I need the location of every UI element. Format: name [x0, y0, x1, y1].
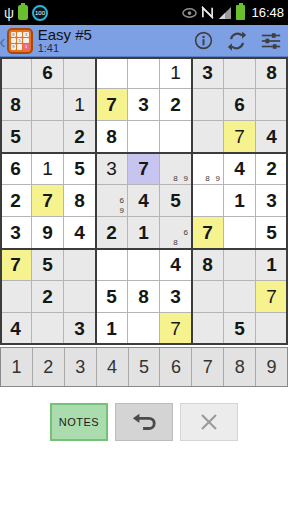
sudoku-cell-r3c6[interactable] — [160, 121, 192, 153]
sudoku-cell-r4c5[interactable]: 7 — [128, 153, 160, 185]
sudoku-cell-r7c1[interactable]: 7 — [0, 249, 32, 281]
sudoku-cell-r6c5[interactable]: 1 — [128, 217, 160, 249]
note-digit — [181, 238, 191, 248]
sudoku-cell-r4c4[interactable]: 3 — [96, 153, 128, 185]
app-icon[interactable]: 83 5 91 — [7, 28, 33, 54]
sudoku-cell-r2c6[interactable]: 2 — [160, 89, 192, 121]
sudoku-cell-r1c7[interactable]: 3 — [192, 57, 224, 89]
sudoku-cell-r1c8[interactable] — [224, 57, 256, 89]
sudoku-cell-r6c1[interactable]: 3 — [0, 217, 32, 249]
battery-app-icon — [18, 5, 28, 20]
note-digit — [96, 195, 106, 205]
pencil-notes-r5c4: 69 — [96, 185, 127, 216]
note-digit: 9 — [213, 174, 223, 184]
note-digit — [213, 163, 223, 173]
note-digit — [96, 206, 106, 216]
sudoku-cell-r4c1[interactable]: 6 — [0, 153, 32, 185]
sudoku-cell-r8c6[interactable]: 3 — [160, 281, 192, 313]
sudoku-cell-r8c7[interactable] — [192, 281, 224, 313]
sudoku-cell-r8c5[interactable]: 8 — [128, 281, 160, 313]
pencil-notes-r4c6: 89 — [160, 153, 191, 184]
sudoku-cell-r7c4[interactable] — [96, 249, 128, 281]
sudoku-cell-r6c4[interactable]: 2 — [96, 217, 128, 249]
note-digit — [181, 153, 191, 163]
sudoku-cell-r5c1[interactable]: 2 — [0, 185, 32, 217]
note-digit — [106, 206, 116, 216]
sudoku-cell-r7c9[interactable]: 1 — [256, 249, 288, 281]
sudoku-cell-r1c1[interactable] — [0, 57, 32, 89]
sudoku-cell-r9c6[interactable]: 7 — [160, 313, 192, 345]
note-digit — [106, 195, 116, 205]
numpad-key-7[interactable]: 7 — [192, 348, 224, 386]
sudoku-cell-r6c3[interactable]: 4 — [64, 217, 96, 249]
sudoku-cell-r7c7[interactable]: 8 — [192, 249, 224, 281]
sudoku-cell-r8c8[interactable] — [224, 281, 256, 313]
sudoku-cell-r7c2[interactable]: 5 — [32, 249, 64, 281]
notes-button[interactable]: NOTES — [50, 403, 108, 441]
sudoku-cell-r2c9[interactable] — [256, 89, 288, 121]
numpad-key-6[interactable]: 6 — [160, 348, 192, 386]
note-digit — [160, 217, 170, 227]
sudoku-cell-r9c4[interactable]: 1 — [96, 313, 128, 345]
restart-button[interactable] — [222, 28, 252, 54]
note-digit — [96, 185, 106, 195]
numpad-key-9[interactable]: 9 — [256, 348, 287, 386]
battery-icon — [236, 5, 245, 20]
action-buttons: NOTES — [0, 403, 288, 441]
sudoku-cell-r6c7[interactable]: 7 — [192, 217, 224, 249]
numpad-key-3[interactable]: 3 — [65, 348, 97, 386]
sudoku-cell-r3c2[interactable] — [32, 121, 64, 153]
undo-arrow-icon — [131, 411, 157, 433]
sudoku-cell-r4c2[interactable]: 1 — [32, 153, 64, 185]
sudoku-cell-r5c6[interactable]: 5 — [160, 185, 192, 217]
signal-icon — [218, 6, 232, 19]
note-digit — [160, 238, 170, 248]
note-digit — [170, 217, 180, 227]
puzzle-title: Easy #5 — [38, 27, 184, 43]
sudoku-board: 6138817326528746153789894227869451339421… — [0, 57, 288, 345]
note-digit — [106, 185, 116, 195]
percent-circle-icon: 100 — [32, 5, 48, 21]
number-pad: 123456789 — [0, 347, 288, 387]
sudoku-cell-r4c3[interactable]: 5 — [64, 153, 96, 185]
note-digit — [202, 153, 212, 163]
sudoku-cell-r7c5[interactable] — [128, 249, 160, 281]
sudoku-cell-r9c5[interactable] — [128, 313, 160, 345]
note-digit: 6 — [117, 195, 127, 205]
sudoku-cell-r1c4[interactable] — [96, 57, 128, 89]
sudoku-cell-r2c1[interactable]: 8 — [0, 89, 32, 121]
sudoku-cell-r8c2[interactable]: 2 — [32, 281, 64, 313]
delete-button[interactable] — [180, 403, 238, 441]
note-digit — [192, 174, 202, 184]
sudoku-cell-r7c6[interactable]: 4 — [160, 249, 192, 281]
note-digit — [160, 153, 170, 163]
sudoku-cell-r6c2[interactable]: 9 — [32, 217, 64, 249]
settings-sliders-icon — [260, 30, 282, 52]
sudoku-cell-r2c2[interactable] — [32, 89, 64, 121]
sudoku-cell-r4c9[interactable]: 2 — [256, 153, 288, 185]
sudoku-cell-r1c6[interactable]: 1 — [160, 57, 192, 89]
sudoku-cell-r3c7[interactable] — [192, 121, 224, 153]
note-digit — [117, 185, 127, 195]
sudoku-cell-r2c4[interactable]: 7 — [96, 89, 128, 121]
restart-icon — [226, 30, 248, 52]
sudoku-cell-r1c2[interactable]: 6 — [32, 57, 64, 89]
sudoku-cell-r5c5[interactable]: 4 — [128, 185, 160, 217]
sudoku-cell-r9c2[interactable] — [32, 313, 64, 345]
sudoku-cell-r2c3[interactable]: 1 — [64, 89, 96, 121]
info-button[interactable] — [188, 28, 218, 54]
back-chevron-icon[interactable]: ‹ — [0, 31, 6, 51]
sudoku-cell-r8c1[interactable] — [0, 281, 32, 313]
sudoku-cell-r5c7[interactable] — [192, 185, 224, 217]
sudoku-cell-r2c7[interactable] — [192, 89, 224, 121]
note-digit — [160, 227, 170, 237]
note-digit — [160, 163, 170, 173]
note-digit — [181, 163, 191, 173]
sudoku-cell-r5c3[interactable]: 8 — [64, 185, 96, 217]
note-digit — [170, 227, 180, 237]
sudoku-cell-r2c8[interactable]: 6 — [224, 89, 256, 121]
numpad-key-5[interactable]: 5 — [129, 348, 161, 386]
sudoku-cell-r3c3[interactable]: 2 — [64, 121, 96, 153]
sudoku-cell-r3c1[interactable]: 5 — [0, 121, 32, 153]
app-header: ‹ 83 5 91 Easy #5 1:41 — [0, 25, 288, 57]
numpad-key-1[interactable]: 1 — [1, 348, 33, 386]
note-digit: 8 — [170, 238, 180, 248]
info-icon — [193, 30, 214, 51]
puzzle-timer: 1:41 — [38, 43, 184, 55]
numpad-key-4[interactable]: 4 — [97, 348, 129, 386]
note-digit — [170, 163, 180, 173]
sudoku-cell-r7c8[interactable] — [224, 249, 256, 281]
x-icon — [199, 412, 219, 432]
sudoku-cell-r8c9[interactable]: 7 — [256, 281, 288, 313]
sudoku-cell-r9c8[interactable]: 5 — [224, 313, 256, 345]
note-digit: 8 — [202, 174, 212, 184]
sudoku-cell-r5c8[interactable]: 1 — [224, 185, 256, 217]
sudoku-cell-r1c5[interactable] — [128, 57, 160, 89]
eye-icon — [182, 7, 197, 19]
sudoku-cell-r5c4[interactable]: 69 — [96, 185, 128, 217]
sudoku-cell-r8c4[interactable]: 5 — [96, 281, 128, 313]
sudoku-cell-r1c9[interactable]: 8 — [256, 57, 288, 89]
sudoku-cell-r4c6[interactable]: 89 — [160, 153, 192, 185]
note-digit — [202, 163, 212, 173]
sudoku-cell-r9c1[interactable]: 4 — [0, 313, 32, 345]
note-digit: 9 — [117, 206, 127, 216]
undo-button[interactable] — [115, 403, 173, 441]
sudoku-cell-r3c4[interactable]: 8 — [96, 121, 128, 153]
numpad-key-8[interactable]: 8 — [224, 348, 256, 386]
note-digit — [213, 153, 223, 163]
sudoku-cell-r6c9[interactable]: 5 — [256, 217, 288, 249]
sudoku-cell-r6c8[interactable] — [224, 217, 256, 249]
sudoku-cell-r5c2[interactable]: 7 — [32, 185, 64, 217]
sudoku-cell-r1c3[interactable] — [64, 57, 96, 89]
numpad-key-2[interactable]: 2 — [33, 348, 65, 386]
sudoku-cell-r3c9[interactable]: 4 — [256, 121, 288, 153]
sudoku-cell-r6c6[interactable]: 68 — [160, 217, 192, 249]
sudoku-cell-r4c7[interactable]: 89 — [192, 153, 224, 185]
note-digit — [170, 153, 180, 163]
status-clock: 16:48 — [251, 5, 284, 20]
status-bar: ψ 100 16:48 — [0, 0, 288, 25]
note-digit: 8 — [170, 174, 180, 184]
sudoku-cell-r3c5[interactable] — [128, 121, 160, 153]
note-digit — [192, 163, 202, 173]
sudoku-cell-r3c8[interactable]: 7 — [224, 121, 256, 153]
note-digit — [192, 153, 202, 163]
sudoku-cell-r9c9[interactable] — [256, 313, 288, 345]
pencil-notes-r6c6: 68 — [160, 217, 191, 248]
sudoku-cell-r8c3[interactable] — [64, 281, 96, 313]
sudoku-cell-r7c3[interactable] — [64, 249, 96, 281]
sudoku-cell-r9c7[interactable] — [192, 313, 224, 345]
sudoku-cell-r5c9[interactable]: 3 — [256, 185, 288, 217]
pencil-notes-r4c7: 89 — [192, 153, 223, 184]
usb-icon: ψ — [4, 6, 14, 20]
note-digit: 6 — [181, 227, 191, 237]
nfc-icon — [201, 6, 214, 19]
note-digit — [160, 174, 170, 184]
sudoku-cell-r4c8[interactable]: 4 — [224, 153, 256, 185]
sudoku-cell-r9c3[interactable]: 3 — [64, 313, 96, 345]
settings-button[interactable] — [256, 28, 286, 54]
note-digit — [181, 217, 191, 227]
sudoku-cell-r2c5[interactable]: 3 — [128, 89, 160, 121]
note-digit: 9 — [181, 174, 191, 184]
